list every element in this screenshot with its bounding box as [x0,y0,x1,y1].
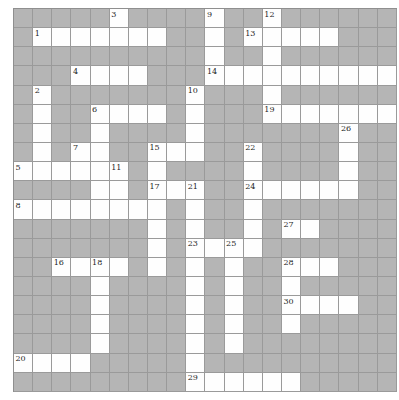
clue-number: 8 [16,201,21,210]
grid-cell[interactable] [52,162,71,181]
grid-cell[interactable] [129,66,148,85]
grid-cell[interactable] [186,220,205,239]
grid-cell[interactable] [91,124,110,143]
grid-cell [263,334,282,353]
grid-cell [52,66,71,85]
grid-cell [167,47,186,66]
clue-number: 21 [188,182,198,191]
grid-cell [263,200,282,219]
grid-cell [359,124,378,143]
grid-cell [244,296,263,315]
grid-cell[interactable] [33,354,52,373]
grid-cell [301,47,320,66]
grid-cell[interactable]: 26 [339,124,358,143]
grid-cell[interactable] [378,105,397,124]
grid-cell[interactable] [52,28,71,47]
grid-cell [14,296,33,315]
grid-cell[interactable] [91,28,110,47]
grid-cell[interactable] [91,296,110,315]
grid-cell[interactable] [225,258,244,277]
grid-cell [110,239,129,258]
grid-cell [339,239,358,258]
grid-cell [71,315,90,334]
grid-cell[interactable] [282,105,301,124]
grid-cell[interactable] [320,258,339,277]
grid-cell [205,277,224,296]
grid-cell [167,277,186,296]
grid-cell [33,66,52,85]
grid-cell[interactable] [148,200,167,219]
grid-cell [378,220,397,239]
grid-cell[interactable]: 3 [110,9,129,28]
grid-cell [91,220,110,239]
grid-cell[interactable] [244,220,263,239]
grid-cell [301,315,320,334]
grid-cell[interactable] [110,200,129,219]
grid-cell [14,124,33,143]
grid-cell[interactable] [320,181,339,200]
grid-cell[interactable] [244,162,263,181]
grid-cell [52,315,71,334]
grid-cell [167,354,186,373]
grid-cell[interactable] [148,258,167,277]
grid-cell[interactable]: 22 [244,143,263,162]
grid-cell[interactable]: 13 [244,28,263,47]
clue-number: 7 [73,143,78,152]
grid-cell[interactable] [71,162,90,181]
grid-cell[interactable] [186,105,205,124]
clue-number: 17 [149,182,159,191]
grid-cell[interactable] [148,220,167,239]
grid-cell[interactable] [339,143,358,162]
grid-cell[interactable]: 28 [282,258,301,277]
grid-cell [301,86,320,105]
grid-cell [225,47,244,66]
grid-cell [263,258,282,277]
grid-cell[interactable]: 19 [263,105,282,124]
grid-cell[interactable] [339,181,358,200]
grid-cell [33,296,52,315]
grid-cell [14,86,33,105]
clue-number: 10 [188,86,198,95]
grid-cell [91,86,110,105]
grid-cell [110,296,129,315]
grid-cell [320,373,339,392]
grid-cell [52,143,71,162]
grid-cell [186,28,205,47]
grid-cell [52,334,71,353]
grid-cell [225,354,244,373]
clue-number: 2 [35,86,40,95]
grid-cell [167,373,186,392]
grid-cell [378,47,397,66]
grid-cell[interactable] [225,296,244,315]
grid-cell[interactable] [359,105,378,124]
grid-cell[interactable] [225,277,244,296]
grid-cell [282,47,301,66]
grid-cell[interactable]: 15 [148,143,167,162]
grid-cell[interactable] [282,277,301,296]
grid-cell[interactable] [301,66,320,85]
grid-cell [14,258,33,277]
grid-cell [205,105,224,124]
clue-number: 1 [35,29,40,38]
grid-cell[interactable] [186,334,205,353]
grid-cell [186,66,205,85]
grid-cell [167,86,186,105]
grid-cell [91,354,110,373]
grid-cell [359,162,378,181]
grid-cell [320,9,339,28]
grid-cell[interactable] [244,66,263,85]
grid-cell[interactable] [91,181,110,200]
grid-cell[interactable] [110,28,129,47]
grid-cell[interactable] [91,143,110,162]
grid-cell[interactable] [186,124,205,143]
grid-cell [33,277,52,296]
clue-number: 16 [54,258,64,267]
grid-cell [14,66,33,85]
grid-cell[interactable] [205,373,224,392]
grid-cell [359,220,378,239]
grid-cell[interactable] [282,181,301,200]
grid-cell [320,200,339,219]
grid-cell [244,9,263,28]
grid-cell [320,315,339,334]
grid-cell[interactable]: 18 [91,258,110,277]
grid-cell [359,86,378,105]
grid-cell[interactable] [186,277,205,296]
grid-cell[interactable] [91,315,110,334]
grid-cell [110,124,129,143]
grid-cell [339,258,358,277]
grid-cell[interactable] [263,86,282,105]
grid-cell [378,373,397,392]
grid-cell [359,258,378,277]
grid-cell[interactable] [244,239,263,258]
clue-number: 9 [207,10,212,19]
grid-cell[interactable] [339,66,358,85]
grid-cell[interactable] [33,162,52,181]
grid-cell[interactable]: 29 [186,373,205,392]
grid-cell[interactable]: 12 [263,9,282,28]
grid-cell[interactable] [148,105,167,124]
grid-cell [129,334,148,353]
grid-cell[interactable] [91,66,110,85]
grid-cell[interactable] [320,105,339,124]
grid-cell [129,354,148,373]
grid-cell [225,9,244,28]
grid-cell [205,181,224,200]
grid-cell [71,296,90,315]
grid-cell [205,200,224,219]
grid-cell[interactable] [320,28,339,47]
grid-cell [129,277,148,296]
grid-cell [282,86,301,105]
grid-cell[interactable] [167,181,186,200]
grid-cell[interactable] [339,162,358,181]
grid-cell[interactable]: 25 [225,239,244,258]
grid-cell[interactable] [263,181,282,200]
grid-cell [33,258,52,277]
grid-cell[interactable] [71,200,90,219]
grid-cell [167,334,186,353]
grid-cell[interactable] [110,66,129,85]
grid-cell [263,143,282,162]
grid-cell [320,277,339,296]
grid-cell[interactable] [52,354,71,373]
grid-cell [359,277,378,296]
grid-cell [14,220,33,239]
grid-cell [52,296,71,315]
grid-cell[interactable] [52,200,71,219]
grid-cell[interactable] [148,239,167,258]
grid-cell[interactable] [263,47,282,66]
grid-cell [110,354,129,373]
grid-cell [301,334,320,353]
grid-cell [225,143,244,162]
grid-cell [301,373,320,392]
grid-cell[interactable] [186,354,205,373]
grid-cell [244,86,263,105]
grid-cell[interactable] [91,162,110,181]
grid-cell[interactable] [33,105,52,124]
grid-cell[interactable] [205,47,224,66]
grid-cell [110,220,129,239]
grid-cell[interactable]: 8 [14,200,33,219]
grid-cell[interactable] [320,296,339,315]
grid-cell [71,277,90,296]
grid-cell[interactable]: 30 [282,296,301,315]
grid-cell [148,296,167,315]
grid-cell [71,334,90,353]
grid-cell [282,143,301,162]
grid-cell[interactable] [225,373,244,392]
grid-cell [244,258,263,277]
grid-cell[interactable]: 24 [244,181,263,200]
grid-cell[interactable] [263,373,282,392]
grid-cell [129,373,148,392]
grid-cell[interactable] [244,373,263,392]
grid-cell[interactable]: 23 [186,239,205,258]
grid-cell[interactable] [359,66,378,85]
grid-cell [110,334,129,353]
grid-cell [110,373,129,392]
clue-number: 14 [207,67,217,76]
grid-cell[interactable]: 10 [186,86,205,105]
grid-cell[interactable] [186,258,205,277]
grid-cell[interactable]: 9 [205,9,224,28]
grid-cell [71,239,90,258]
grid-cell[interactable] [282,66,301,85]
grid-cell [167,9,186,28]
grid-cell [282,239,301,258]
crossword-grid: 3912113414210619267152251117212482723251… [13,8,397,392]
grid-cell[interactable] [301,258,320,277]
grid-cell[interactable]: 11 [110,162,129,181]
grid-cell[interactable] [301,105,320,124]
grid-cell[interactable] [205,239,224,258]
grid-cell [359,28,378,47]
grid-cell[interactable] [71,258,90,277]
grid-cell[interactable] [301,296,320,315]
grid-cell[interactable] [71,354,90,373]
grid-cell [359,47,378,66]
grid-cell [205,296,224,315]
grid-cell[interactable] [33,143,52,162]
clue-number: 3 [111,10,116,19]
grid-cell [320,334,339,353]
grid-cell[interactable] [110,258,129,277]
grid-cell [71,47,90,66]
grid-cell[interactable] [33,200,52,219]
grid-cell[interactable] [301,220,320,239]
grid-cell[interactable] [205,28,224,47]
grid-cell [359,373,378,392]
grid-cell [378,124,397,143]
grid-cell[interactable] [129,200,148,219]
grid-cell [263,315,282,334]
clue-number: 23 [188,239,198,248]
grid-cell[interactable]: 4 [71,66,90,85]
grid-cell [244,47,263,66]
grid-cell [301,124,320,143]
grid-cell[interactable] [167,143,186,162]
grid-cell[interactable] [263,66,282,85]
grid-cell [282,162,301,181]
grid-cell [320,239,339,258]
grid-cell [263,354,282,373]
grid-cell[interactable] [339,105,358,124]
grid-cell [205,334,224,353]
grid-cell [14,181,33,200]
grid-cell [33,9,52,28]
grid-cell[interactable] [186,143,205,162]
grid-cell [110,47,129,66]
grid-cell[interactable] [301,181,320,200]
grid-cell[interactable] [378,66,397,85]
grid-cell [129,181,148,200]
grid-cell[interactable] [225,66,244,85]
grid-cell[interactable] [129,28,148,47]
grid-cell [52,47,71,66]
clue-number: 29 [188,373,198,382]
clue-number: 13 [245,29,255,38]
grid-cell[interactable]: 6 [91,105,110,124]
grid-cell[interactable] [282,315,301,334]
grid-cell[interactable] [225,315,244,334]
grid-cell[interactable]: 14 [205,66,224,85]
grid-cell [320,47,339,66]
grid-cell [33,181,52,200]
grid-cell [167,200,186,219]
grid-cell [339,334,358,353]
grid-cell[interactable] [91,334,110,353]
grid-cell[interactable] [148,28,167,47]
grid-cell[interactable]: 2 [33,86,52,105]
grid-cell [378,315,397,334]
grid-cell [378,334,397,353]
grid-cell[interactable]: 5 [14,162,33,181]
grid-cell [167,258,186,277]
grid-cell [339,354,358,373]
grid-cell[interactable]: 20 [14,354,33,373]
grid-cell [339,28,358,47]
grid-cell[interactable]: 7 [71,143,90,162]
grid-cell[interactable] [301,28,320,47]
grid-cell [205,220,224,239]
grid-cell [33,315,52,334]
grid-cell [359,334,378,353]
grid-cell[interactable] [282,373,301,392]
grid-cell[interactable] [263,28,282,47]
grid-cell [14,277,33,296]
grid-cell[interactable] [148,162,167,181]
clue-number: 11 [111,163,121,172]
grid-cell [225,200,244,219]
grid-cell[interactable] [225,334,244,353]
grid-cell [167,66,186,85]
grid-cell [359,315,378,334]
grid-cell [148,277,167,296]
grid-cell [167,28,186,47]
grid-cell [129,9,148,28]
grid-cell[interactable] [71,28,90,47]
grid-cell [205,258,224,277]
grid-cell[interactable] [244,200,263,219]
grid-cell [167,296,186,315]
grid-cell [244,124,263,143]
grid-cell[interactable] [33,124,52,143]
grid-cell[interactable] [110,105,129,124]
grid-cell [339,9,358,28]
grid-cell [167,239,186,258]
grid-cell[interactable] [282,28,301,47]
grid-cell [282,200,301,219]
clue-number: 5 [16,163,21,172]
grid-cell[interactable]: 1 [33,28,52,47]
grid-cell[interactable] [320,66,339,85]
grid-cell [320,143,339,162]
grid-cell [148,373,167,392]
grid-cell[interactable]: 17 [148,181,167,200]
grid-cell [71,124,90,143]
grid-cell [14,143,33,162]
clue-number: 24 [245,182,255,191]
grid-cell [320,354,339,373]
grid-cell[interactable] [186,296,205,315]
grid-cell[interactable] [91,277,110,296]
grid-cell[interactable] [110,181,129,200]
grid-cell[interactable] [91,200,110,219]
grid-cell[interactable]: 21 [186,181,205,200]
clue-number: 28 [283,258,293,267]
grid-cell [301,200,320,219]
grid-cell[interactable] [186,315,205,334]
grid-cell[interactable]: 27 [282,220,301,239]
grid-cell [263,124,282,143]
grid-cell[interactable] [339,296,358,315]
grid-cell [148,86,167,105]
grid-cell [282,334,301,353]
grid-cell[interactable] [186,200,205,219]
grid-cell [301,277,320,296]
grid-cell [263,162,282,181]
grid-cell[interactable] [129,105,148,124]
grid-cell [129,258,148,277]
clue-number: 4 [73,67,78,76]
grid-cell[interactable]: 16 [52,258,71,277]
